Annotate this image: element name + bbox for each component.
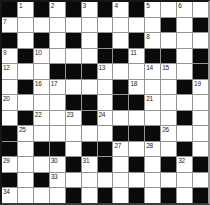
- black-cell-r7c9: [129, 95, 144, 110]
- cell-r2c9[interactable]: [129, 18, 144, 33]
- black-cell-r13c7: [98, 188, 113, 203]
- clue-number-31: 31: [83, 157, 90, 164]
- cell-r2c12[interactable]: [177, 18, 192, 33]
- clue-number-15: 15: [162, 64, 169, 71]
- clue-number-21: 21: [146, 95, 153, 102]
- cell-r1c12[interactable]: 6: [177, 2, 192, 17]
- clue-number-17: 17: [51, 80, 58, 87]
- cell-r3c13[interactable]: [193, 33, 208, 48]
- cell-r12c5[interactable]: [66, 173, 81, 188]
- cell-r10c5[interactable]: [66, 142, 81, 157]
- cell-r3c12[interactable]: [177, 33, 192, 48]
- cell-r2c6[interactable]: [82, 18, 97, 33]
- cell-r1c11[interactable]: [161, 2, 176, 17]
- black-cell-r8c6: [82, 111, 97, 126]
- cell-r8c4[interactable]: [50, 111, 65, 126]
- clue-number-26: 26: [162, 126, 169, 133]
- cell-r1c13[interactable]: [193, 2, 208, 17]
- cell-r4c12[interactable]: [177, 49, 192, 64]
- cell-r5c1[interactable]: 12: [2, 64, 17, 79]
- cell-r13c6[interactable]: [82, 188, 97, 203]
- cell-r5c3[interactable]: [34, 64, 49, 79]
- cell-r4c4[interactable]: [50, 49, 65, 64]
- cell-r6c13[interactable]: 19: [193, 80, 208, 95]
- black-cell-r11c5: [66, 157, 81, 172]
- cell-r7c4[interactable]: [50, 95, 65, 110]
- cell-r8c7[interactable]: 24: [98, 111, 113, 126]
- black-cell-r5c13: [193, 64, 208, 79]
- clue-number-7: 7: [3, 18, 6, 25]
- clue-number-29: 29: [3, 157, 10, 164]
- clue-number-6: 6: [178, 2, 181, 9]
- cell-r9c5[interactable]: [66, 126, 81, 141]
- cell-r11c12[interactable]: 32: [177, 157, 192, 172]
- clue-number-1: 1: [19, 2, 22, 9]
- cell-r6c3[interactable]: 16: [34, 80, 49, 95]
- cell-r9c11[interactable]: 26: [161, 126, 176, 141]
- cell-r5c11[interactable]: 15: [161, 64, 176, 79]
- clue-number-33: 33: [51, 173, 58, 180]
- cell-r8c11[interactable]: [161, 111, 176, 126]
- cell-r1c10[interactable]: 5: [145, 2, 160, 17]
- black-cell-r4c11: [161, 49, 176, 64]
- clue-number-2: 2: [51, 2, 54, 9]
- black-cell-r6c12: [177, 80, 192, 95]
- cell-r2c5[interactable]: [66, 18, 81, 33]
- cell-r13c2[interactable]: [18, 188, 33, 203]
- cell-r8c3[interactable]: 22: [34, 111, 49, 126]
- black-cell-r10c12: [177, 142, 192, 157]
- cell-r2c7[interactable]: [98, 18, 113, 33]
- black-cell-r9c8: [113, 126, 128, 141]
- black-cell-r3c1: [2, 33, 17, 48]
- cell-r7c3[interactable]: [34, 95, 49, 110]
- black-cell-r4c13: [193, 49, 208, 64]
- black-cell-r10c4: [50, 142, 65, 157]
- cell-r3c2[interactable]: [18, 33, 33, 48]
- cell-r13c1[interactable]: 34: [2, 188, 17, 203]
- cell-r12c7[interactable]: [98, 173, 113, 188]
- cell-r6c1[interactable]: [2, 80, 17, 95]
- cell-r11c10[interactable]: [145, 157, 160, 172]
- cell-r7c1[interactable]: 20: [2, 95, 17, 110]
- clue-number-28: 28: [146, 142, 153, 149]
- black-cell-r5c5: [66, 64, 81, 79]
- clue-number-10: 10: [35, 49, 42, 56]
- clue-number-16: 16: [35, 80, 42, 87]
- cell-r8c8[interactable]: [113, 111, 128, 126]
- crossword-grid: 1234567891011121314151617181920212223242…: [0, 0, 210, 205]
- cell-r2c1[interactable]: 7: [2, 18, 17, 33]
- black-cell-r13c5: [66, 188, 81, 203]
- black-cell-r13c11: [161, 188, 176, 203]
- black-cell-r1c9: [129, 2, 144, 17]
- black-cell-r8c12: [177, 111, 192, 126]
- black-cell-r10c6: [82, 142, 97, 157]
- black-cell-r9c10: [145, 126, 160, 141]
- cell-r3c4[interactable]: [50, 33, 65, 48]
- cell-r12c11[interactable]: [161, 173, 176, 188]
- cell-r2c4[interactable]: [50, 18, 65, 33]
- cell-r4c5[interactable]: [66, 49, 81, 64]
- clue-number-18: 18: [130, 80, 137, 87]
- cell-r12c4[interactable]: 33: [50, 173, 65, 188]
- cell-r13c10[interactable]: [145, 188, 160, 203]
- black-cell-r1c5: [66, 2, 81, 17]
- cell-r10c2[interactable]: [18, 142, 33, 157]
- cell-r7c2[interactable]: [18, 95, 33, 110]
- clue-number-34: 34: [3, 188, 10, 195]
- cell-r12c9[interactable]: [129, 173, 144, 188]
- cell-r5c2[interactable]: [18, 64, 33, 79]
- black-cell-r11c11: [161, 157, 176, 172]
- cell-r1c2[interactable]: 1: [18, 2, 33, 17]
- clue-number-20: 20: [3, 95, 10, 102]
- cell-r13c12[interactable]: [177, 188, 192, 203]
- cell-r4c6[interactable]: [82, 49, 97, 64]
- black-cell-r9c9: [129, 126, 144, 141]
- black-cell-r7c5: [66, 95, 81, 110]
- cell-r6c9[interactable]: 18: [129, 80, 144, 95]
- cell-r10c10[interactable]: 28: [145, 142, 160, 157]
- black-cell-r4c7: [98, 49, 113, 64]
- cell-r1c6[interactable]: 3: [82, 2, 97, 17]
- cell-r4c9[interactable]: 11: [129, 49, 144, 64]
- cell-r9c13[interactable]: [193, 126, 208, 141]
- cell-r8c9[interactable]: [129, 111, 144, 126]
- clue-number-22: 22: [35, 111, 42, 118]
- cell-r12c10[interactable]: [145, 173, 160, 188]
- cell-r5c7[interactable]: 13: [98, 64, 113, 79]
- cell-r12c2[interactable]: [18, 173, 33, 188]
- black-cell-r2c13: [193, 18, 208, 33]
- cell-r5c10[interactable]: 14: [145, 64, 160, 79]
- cell-r6c4[interactable]: 17: [50, 80, 65, 95]
- clue-number-11: 11: [130, 49, 136, 56]
- clue-number-19: 19: [194, 80, 201, 87]
- cell-r1c8[interactable]: 4: [113, 2, 128, 17]
- cell-r12c6[interactable]: [82, 173, 97, 188]
- cell-r11c8[interactable]: [113, 157, 128, 172]
- cell-r7c13[interactable]: [193, 95, 208, 110]
- cell-r7c10[interactable]: 21: [145, 95, 160, 110]
- cell-r2c3[interactable]: [34, 18, 49, 33]
- black-cell-r12c1: [2, 173, 17, 188]
- clue-number-3: 3: [83, 2, 86, 9]
- cell-r8c13[interactable]: [193, 111, 208, 126]
- cell-r7c11[interactable]: [161, 95, 176, 110]
- cell-r7c12[interactable]: [177, 95, 192, 110]
- clue-number-24: 24: [99, 111, 106, 118]
- cell-r9c3[interactable]: [34, 126, 49, 141]
- cell-r13c4[interactable]: [50, 188, 65, 203]
- cell-r6c5[interactable]: [66, 80, 81, 95]
- cell-r6c7[interactable]: [98, 80, 113, 95]
- clue-number-32: 32: [178, 157, 185, 164]
- cell-r5c8[interactable]: [113, 64, 128, 79]
- cell-r13c3[interactable]: [34, 188, 49, 203]
- black-cell-r4c10: [145, 49, 160, 64]
- cell-r13c8[interactable]: [113, 188, 128, 203]
- black-cell-r3c7: [98, 33, 113, 48]
- cell-r9c6[interactable]: [82, 126, 97, 141]
- black-cell-r3c3: [34, 33, 49, 48]
- cell-r2c10[interactable]: [145, 18, 160, 33]
- cell-r3c11[interactable]: [161, 33, 176, 48]
- cell-r8c1[interactable]: [2, 111, 17, 126]
- clue-number-4: 4: [114, 2, 117, 9]
- black-cell-r4c8: [113, 49, 128, 64]
- cell-r5c9[interactable]: [129, 64, 144, 79]
- cell-r8c5[interactable]: 23: [66, 111, 81, 126]
- cell-r11c6[interactable]: 31: [82, 157, 97, 172]
- cell-r11c1[interactable]: 29: [2, 157, 17, 172]
- cell-r6c6[interactable]: [82, 80, 97, 95]
- black-cell-r13c13: [193, 188, 208, 203]
- cell-r9c2[interactable]: 25: [18, 126, 33, 141]
- cell-r7c7[interactable]: [98, 95, 113, 110]
- cell-r9c12[interactable]: [177, 126, 192, 141]
- clue-number-9: 9: [3, 49, 6, 56]
- cell-r10c9[interactable]: [129, 142, 144, 157]
- cell-r1c4[interactable]: 2: [50, 2, 65, 17]
- clue-number-14: 14: [146, 64, 153, 71]
- cell-r3c6[interactable]: [82, 33, 97, 48]
- cell-r9c4[interactable]: [50, 126, 65, 141]
- cell-r12c13[interactable]: [193, 173, 208, 188]
- cell-r11c4[interactable]: 30: [50, 157, 65, 172]
- clue-number-5: 5: [146, 2, 149, 9]
- black-cell-r9c1: [2, 126, 17, 141]
- cell-r11c3[interactable]: [34, 157, 49, 172]
- cell-r4c1[interactable]: 9: [2, 49, 17, 64]
- black-cell-r5c6: [82, 64, 97, 79]
- cell-r4c3[interactable]: 10: [34, 49, 49, 64]
- black-cell-r7c8: [113, 95, 128, 110]
- black-cell-r7c6: [82, 95, 97, 110]
- cell-r2c8[interactable]: [113, 18, 128, 33]
- black-cell-r5c4: [50, 64, 65, 79]
- black-cell-r6c8: [113, 80, 128, 95]
- cell-r2c2[interactable]: [18, 18, 33, 33]
- cell-r5c12[interactable]: [177, 64, 192, 79]
- clue-number-30: 30: [51, 157, 58, 164]
- black-cell-r2c11: [161, 18, 176, 33]
- cell-r3c10[interactable]: 8: [145, 33, 160, 48]
- cell-r12c8[interactable]: [113, 173, 128, 188]
- black-cell-r4c2: [18, 49, 33, 64]
- black-cell-r12c3: [34, 173, 49, 188]
- cell-r8c10[interactable]: [145, 111, 160, 126]
- cell-r6c10[interactable]: [145, 80, 160, 95]
- black-cell-r3c5: [66, 33, 81, 48]
- black-cell-r11c13: [193, 157, 208, 172]
- cell-r12c12[interactable]: [177, 173, 192, 188]
- black-cell-r10c3: [34, 142, 49, 157]
- black-cell-r8c2: [18, 111, 33, 126]
- black-cell-r1c3: [34, 2, 49, 17]
- cell-r10c11[interactable]: [161, 142, 176, 157]
- black-cell-r11c7: [98, 157, 113, 172]
- clue-number-13: 13: [99, 64, 106, 71]
- cell-r11c2[interactable]: [18, 157, 33, 172]
- cell-r10c8[interactable]: 27: [113, 142, 128, 157]
- black-cell-r1c7: [98, 2, 113, 17]
- black-cell-r11c9: [129, 157, 144, 172]
- black-cell-r3c9: [129, 33, 144, 48]
- cell-r3c8[interactable]: [113, 33, 128, 48]
- clue-number-25: 25: [19, 126, 26, 133]
- clue-number-12: 12: [3, 64, 10, 71]
- cell-r9c7[interactable]: [98, 126, 113, 141]
- black-cell-r1c1: [2, 2, 17, 17]
- clue-number-8: 8: [146, 33, 149, 40]
- black-cell-r6c2: [18, 80, 33, 95]
- black-cell-r10c1: [2, 142, 17, 157]
- clue-number-23: 23: [67, 111, 74, 118]
- black-cell-r10c7: [98, 142, 113, 157]
- cell-r6c11[interactable]: [161, 80, 176, 95]
- clue-number-27: 27: [114, 142, 121, 149]
- cell-r10c13[interactable]: [193, 142, 208, 157]
- black-cell-r13c9: [129, 188, 144, 203]
